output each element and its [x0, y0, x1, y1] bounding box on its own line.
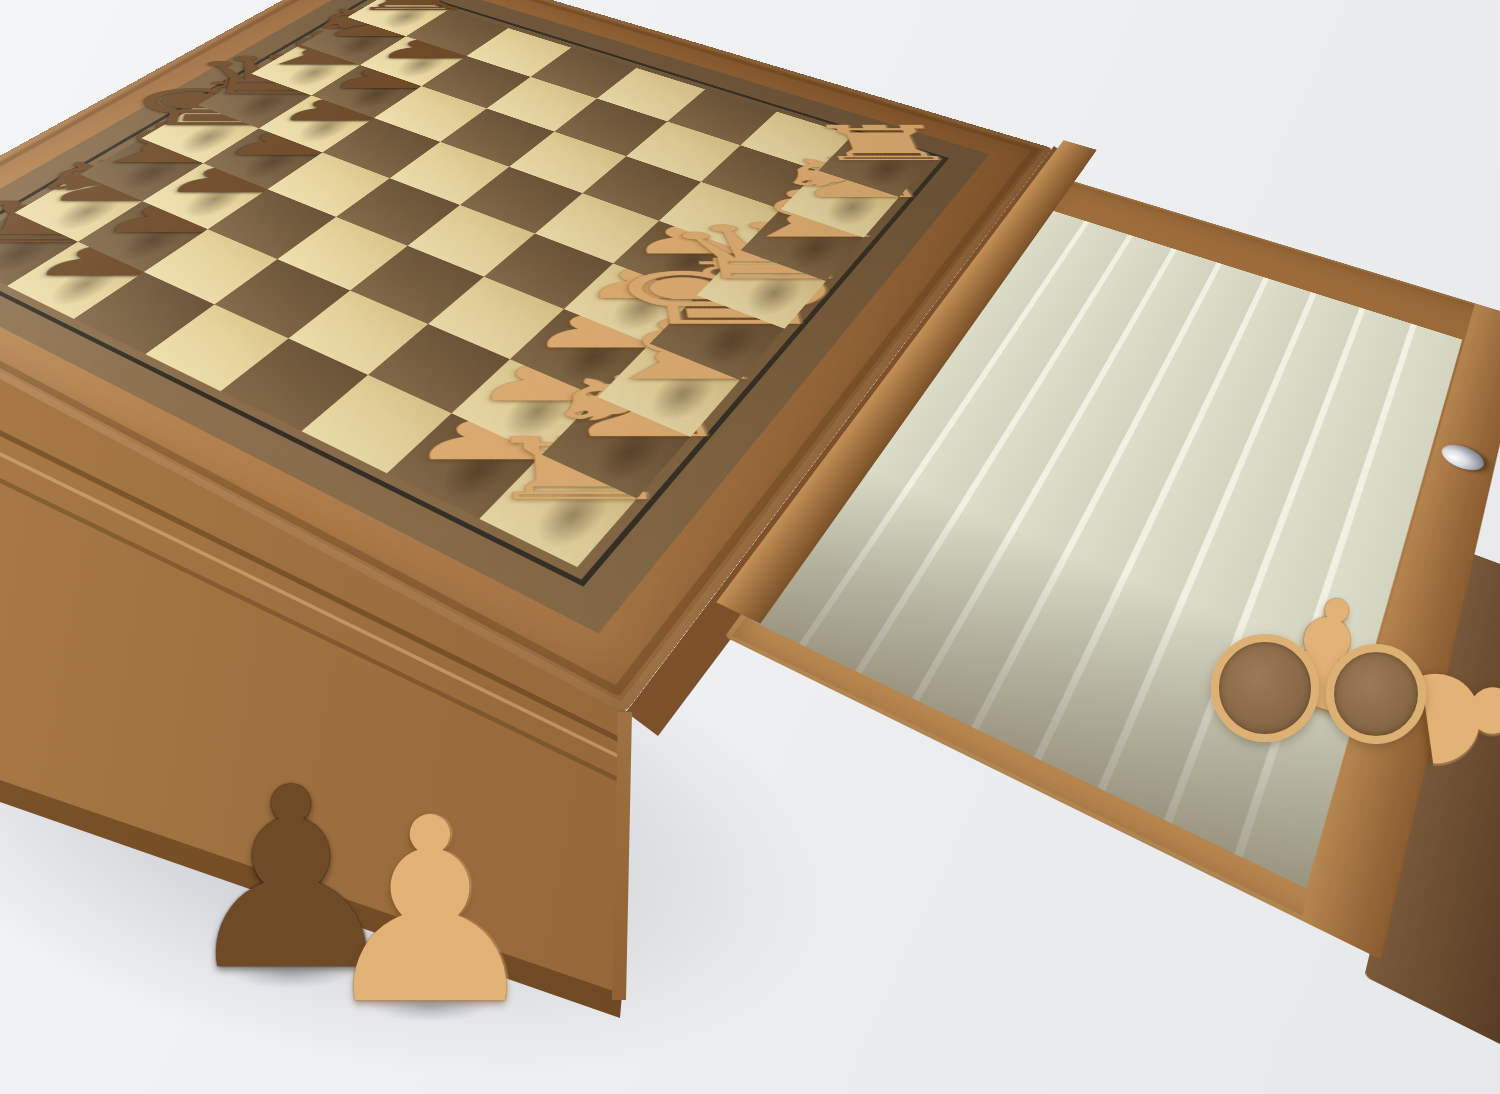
- square-f2: ♟: [510, 309, 649, 397]
- square-g4: [288, 290, 428, 375]
- pawn-felt-base: [1211, 634, 1319, 742]
- piece-contact-shadow: [636, 360, 728, 430]
- chess-set-photo: ♜♞♝♚♛♝♞♜♟♟♟♟♟♟♟♟♟♟♟♟♜♞♝♚♛♝♞♜ ♟♟♟♟: [0, 0, 1500, 1094]
- square-g3: [367, 324, 510, 414]
- white-pawn: ♟: [401, 403, 570, 469]
- pawn-felt-base: [1326, 644, 1426, 744]
- off-board-white-pawn-standing: ♟: [316, 784, 545, 1039]
- white-pawn: ♟: [465, 350, 626, 411]
- square-g2: ♟: [451, 359, 597, 455]
- off-board-white-pawn-lying: ♟: [1326, 644, 1470, 758]
- square-e4: [407, 205, 534, 277]
- piece-contact-shadow: [426, 432, 530, 511]
- chess-board: ♜♞♝♚♛♝♞♜♟♟♟♟♟♟♟♟♟♟♟♟♜♞♝♚♛♝♞♜: [0, 0, 1052, 713]
- drawer-knob: [1439, 440, 1486, 475]
